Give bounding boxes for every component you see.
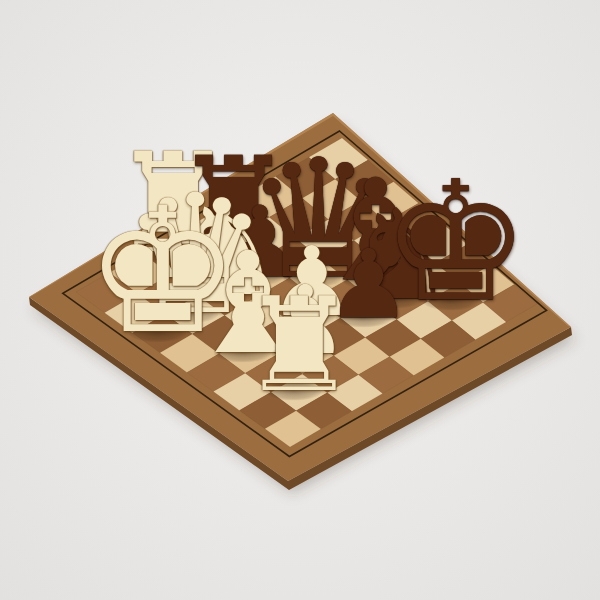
piece-white-rook-g2[interactable]: ♜ <box>241 281 358 411</box>
chess-photo-scene: ♜♜♟♛♝♞♞♚♛♟♟♚♝♟♜ <box>0 0 600 600</box>
